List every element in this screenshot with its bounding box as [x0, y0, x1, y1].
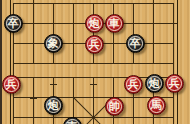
file-line: [93, 3, 94, 63]
point-marker: [30, 95, 37, 102]
piece-glyph: 車: [109, 13, 120, 32]
piece-red-i6[interactable]: 兵: [165, 74, 184, 93]
point-marker: [50, 81, 57, 88]
point-marker: [90, 81, 97, 88]
rank-line: [13, 63, 174, 64]
window-left-edge: [0, 0, 2, 124]
piece-black-c4[interactable]: 象: [44, 34, 63, 53]
file-line: [73, 3, 74, 63]
piece-red-e3[interactable]: 炮: [85, 14, 104, 33]
piece-glyph: 炮: [149, 73, 160, 92]
piece-black-h6[interactable]: 炮: [145, 74, 164, 93]
xiangqi-board[interactable]: 卒炮車象兵卒兵兵炮兵炮帥馬車: [0, 0, 190, 124]
point-marker: [30, 0, 37, 7]
piece-glyph: 象: [48, 33, 59, 52]
piece-glyph: 兵: [89, 34, 100, 53]
piece-red-e4[interactable]: 兵: [85, 35, 104, 54]
piece-black-a3[interactable]: 卒: [4, 14, 23, 33]
piece-red-f7[interactable]: 帥: [105, 97, 124, 116]
piece-glyph: 帥: [109, 96, 120, 115]
piece-glyph: 卒: [130, 33, 141, 52]
piece-glyph: 馬: [151, 95, 162, 114]
piece-red-a6[interactable]: 兵: [2, 75, 21, 94]
piece-red-h7[interactable]: 馬: [147, 96, 166, 115]
piece-glyph: 炮: [48, 95, 59, 114]
point-marker: [170, 20, 177, 27]
piece-glyph: 兵: [6, 74, 17, 93]
point-marker: [130, 20, 137, 27]
piece-glyph: 兵: [128, 74, 139, 93]
board-border-right: [177, 0, 178, 124]
piece-glyph: 炮: [89, 13, 100, 32]
piece-glyph: 兵: [169, 73, 180, 92]
piece-glyph: 卒: [8, 13, 19, 32]
piece-black-c7[interactable]: 炮: [44, 96, 63, 115]
file-line: [33, 3, 34, 63]
piece-black-g4[interactable]: 卒: [126, 34, 145, 53]
point-marker: [150, 0, 157, 7]
point-marker: [50, 20, 57, 27]
piece-glyph: 車: [67, 116, 78, 124]
file-line: [153, 3, 154, 63]
piece-red-g6[interactable]: 兵: [124, 75, 143, 94]
piece-red-f3[interactable]: 車: [105, 14, 124, 33]
file-line: [113, 3, 114, 63]
